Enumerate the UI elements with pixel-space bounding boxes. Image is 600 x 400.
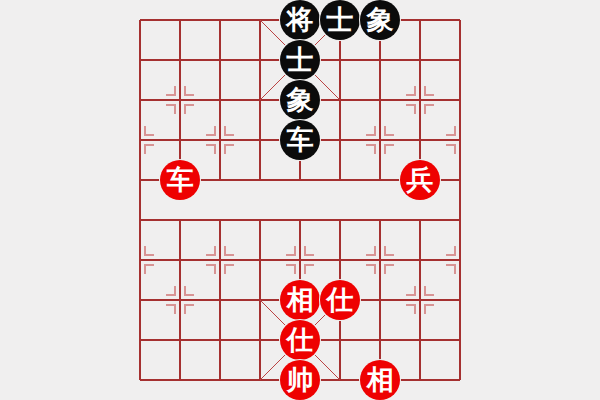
piece-black-elephant[interactable]: 象: [360, 0, 400, 40]
piece-red-advisor[interactable]: 仕: [320, 280, 360, 320]
board-grid: 将士象士象车车兵相仕仕帅相: [120, 0, 480, 400]
xiangqi-board: 将士象士象车车兵相仕仕帅相: [0, 0, 600, 400]
piece-black-advisor[interactable]: 士: [320, 0, 360, 40]
piece-red-advisor[interactable]: 仕: [280, 320, 320, 360]
piece-red-chariot[interactable]: 车: [160, 160, 200, 200]
piece-black-chariot[interactable]: 车: [280, 120, 320, 160]
piece-black-general[interactable]: 将: [280, 0, 320, 40]
piece-red-elephant[interactable]: 相: [360, 360, 400, 400]
piece-red-general[interactable]: 帅: [280, 360, 320, 400]
piece-red-pawn[interactable]: 兵: [400, 160, 440, 200]
piece-black-advisor[interactable]: 士: [280, 40, 320, 80]
piece-black-elephant[interactable]: 象: [280, 80, 320, 120]
piece-red-elephant[interactable]: 相: [280, 280, 320, 320]
xiangqi-app-screen: 将士象士象车车兵相仕仕帅相: [0, 0, 600, 400]
